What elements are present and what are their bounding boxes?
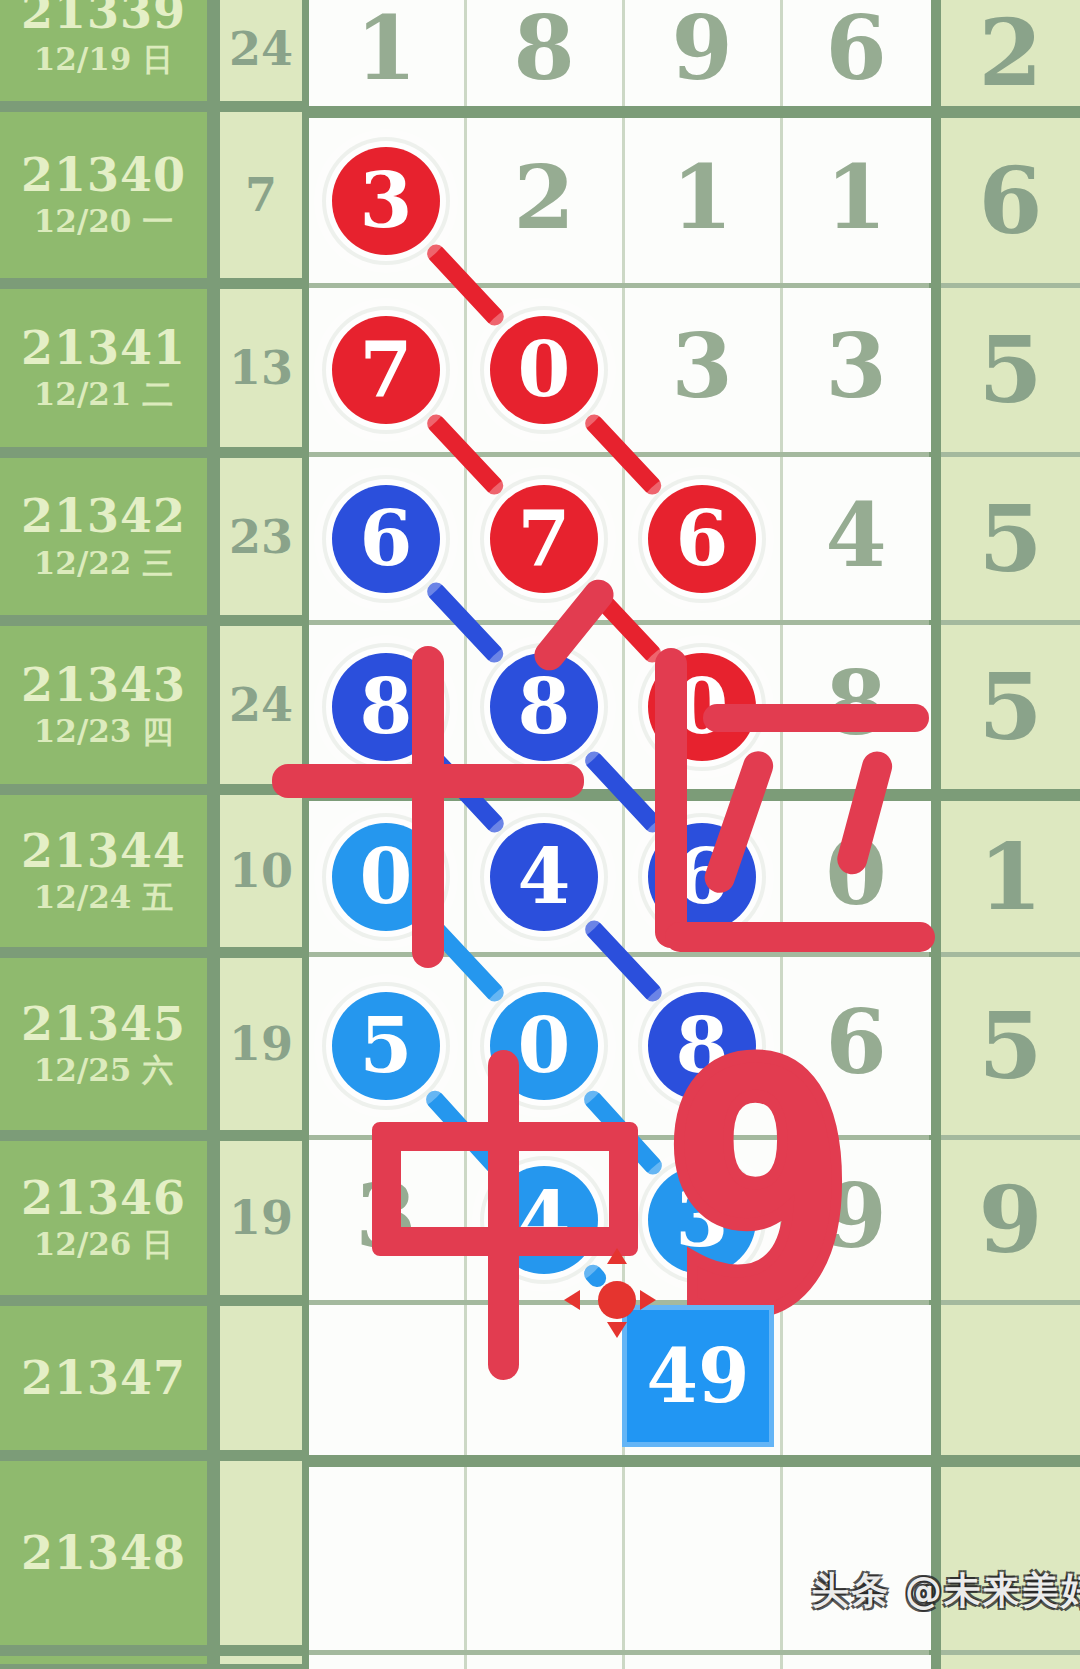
sum-value: 7 <box>245 168 277 222</box>
cell-divider <box>622 801 625 952</box>
drawn-ball: 7 <box>490 485 598 593</box>
cell-divider <box>464 0 467 106</box>
cell-divider <box>622 0 625 106</box>
period-text: 21339 <box>21 0 186 38</box>
tail-cell <box>941 1655 1080 1669</box>
cell-divider <box>622 1655 625 1669</box>
tail-value: 5 <box>978 485 1042 593</box>
sum-value: 24 <box>229 678 293 732</box>
target-arrow-right <box>640 1290 656 1310</box>
tail-cell: 1 <box>941 801 1080 952</box>
miss-count: 1 <box>671 153 732 241</box>
row-label: 2134512/25 六 <box>0 958 207 1130</box>
drawn-ball: 0 <box>490 316 598 424</box>
period-text: 21347 <box>21 1353 186 1404</box>
cell-divider <box>780 288 783 452</box>
trend-grid: 2133912/19 日2422134012/20 一762134112/21 … <box>0 0 1080 1669</box>
cell-divider <box>622 957 625 1135</box>
miss-count: 2 <box>513 153 574 241</box>
tail-cell <box>941 1305 1080 1455</box>
sum-value: 23 <box>229 510 293 564</box>
drawn-ball: 3 <box>332 147 440 255</box>
annotation-nine: 9 <box>665 1058 849 1323</box>
tail-value: 1 <box>978 823 1042 931</box>
date-text: 12/23 四 <box>34 714 173 750</box>
prediction-square: 49 <box>622 1305 774 1447</box>
period-text: 21341 <box>21 323 186 374</box>
tail-cell <box>941 1467 1080 1650</box>
sum-value: 19 <box>229 1191 293 1245</box>
number-grid-row <box>309 1467 931 1650</box>
target-arrow-up <box>607 1248 627 1264</box>
watermark: 头条 @未来美好丹姐 <box>812 1566 1080 1616</box>
row-label: 2134012/20 一 <box>0 112 207 278</box>
tail-cell: 5 <box>941 288 1080 452</box>
cell-divider <box>464 1305 467 1455</box>
tail-cell: 5 <box>941 957 1080 1135</box>
sum-cell: 24 <box>220 0 302 101</box>
sum-cell <box>220 1306 302 1450</box>
miss-count: 3 <box>671 322 732 410</box>
period-text: 21340 <box>21 150 186 201</box>
drawn-ball: 6 <box>332 485 440 593</box>
date-text: 12/22 三 <box>34 546 173 582</box>
trend-chart: 2133912/19 日2422134012/20 一762134112/21 … <box>0 0 1080 1669</box>
sum-cell <box>220 1656 302 1664</box>
miss-count: 1 <box>355 4 416 92</box>
cell-divider <box>464 1655 467 1669</box>
wei-person-vertical <box>655 648 687 948</box>
cell-divider <box>622 457 625 620</box>
date-text: 12/25 六 <box>34 1053 173 1089</box>
cell-divider <box>464 801 467 952</box>
row-separator-thick <box>309 1455 1080 1467</box>
cell-divider <box>464 118 467 283</box>
date-text: 12/26 日 <box>34 1227 173 1263</box>
row-label: 2134112/21 二 <box>0 289 207 447</box>
number-grid-row <box>309 1655 931 1669</box>
miss-count: 6 <box>825 4 886 92</box>
drawn-ball: 4 <box>490 823 598 931</box>
period-text: 21343 <box>21 660 186 711</box>
drawn-ball: 5 <box>332 992 440 1100</box>
cell-divider <box>464 457 467 620</box>
sum-cell: 19 <box>220 1141 302 1295</box>
tail-value: 9 <box>978 1166 1042 1274</box>
period-text: 21348 <box>21 1528 186 1579</box>
sum-cell: 13 <box>220 289 302 447</box>
row-label: 2134312/23 四 <box>0 626 207 784</box>
target-dot <box>598 1281 636 1319</box>
row-label <box>0 1656 207 1664</box>
tail-cell: 5 <box>941 625 1080 789</box>
row-label: 2134612/26 日 <box>0 1141 207 1295</box>
date-text: 12/24 五 <box>34 880 173 916</box>
miss-count: 1 <box>825 153 886 241</box>
sum-cell: 23 <box>220 458 302 615</box>
period-text: 21342 <box>21 491 186 542</box>
period-text: 21346 <box>21 1173 186 1224</box>
wei-top-bar <box>703 704 929 732</box>
sum-cell: 7 <box>220 112 302 278</box>
cell-divider <box>622 1467 625 1650</box>
sum-value: 13 <box>229 341 293 395</box>
tail-value: 6 <box>978 147 1042 255</box>
shi-vertical-stroke <box>412 646 444 968</box>
tail-value: 5 <box>978 992 1042 1100</box>
drawn-ball: 6 <box>648 485 756 593</box>
row-label: 2134212/22 三 <box>0 458 207 615</box>
cell-divider <box>780 457 783 620</box>
row-label: 21347 <box>0 1306 207 1450</box>
tail-cell: 6 <box>941 118 1080 283</box>
tail-value: 2 <box>978 0 1042 107</box>
row-label: 2133912/19 日 <box>0 0 207 101</box>
tail-value: 5 <box>978 316 1042 424</box>
cell-divider <box>622 288 625 452</box>
date-text: 12/20 一 <box>34 204 173 240</box>
cell-divider <box>780 1467 783 1650</box>
cell-divider <box>780 0 783 106</box>
sum-cell <box>220 1461 302 1645</box>
date-text: 12/21 二 <box>34 377 173 413</box>
tail-cell: 5 <box>941 457 1080 620</box>
miss-count: 9 <box>671 4 732 92</box>
miss-count: 3 <box>825 322 886 410</box>
tail-value: 5 <box>978 653 1042 761</box>
row-label: 21348 <box>0 1461 207 1645</box>
sum-cell: 10 <box>220 795 302 947</box>
cell-divider <box>780 118 783 283</box>
cell-divider <box>622 625 625 789</box>
period-text: 21345 <box>21 999 186 1050</box>
sum-value: 10 <box>229 844 293 898</box>
tail-cell: 2 <box>941 0 1080 106</box>
period-text: 21344 <box>21 826 186 877</box>
target-arrow-down <box>607 1322 627 1338</box>
date-text: 12/19 日 <box>34 42 173 78</box>
wei-bottom-bar <box>665 922 935 952</box>
cell-divider <box>780 1655 783 1669</box>
target-arrow-left <box>564 1290 580 1310</box>
row-label: 2134412/24 五 <box>0 795 207 947</box>
cell-divider <box>622 118 625 283</box>
miss-count: 4 <box>825 491 886 579</box>
sum-cell: 19 <box>220 958 302 1130</box>
sum-cell: 24 <box>220 626 302 784</box>
sum-value: 24 <box>229 22 293 76</box>
cell-divider <box>464 1467 467 1650</box>
drawn-ball: 7 <box>332 316 440 424</box>
row-separator-thick <box>309 106 1080 118</box>
tail-cell: 9 <box>941 1140 1080 1300</box>
cell-divider <box>464 957 467 1135</box>
cell-divider <box>464 288 467 452</box>
sum-value: 19 <box>229 1017 293 1071</box>
miss-count: 8 <box>513 4 574 92</box>
zhong-vertical-stroke <box>488 1050 519 1380</box>
